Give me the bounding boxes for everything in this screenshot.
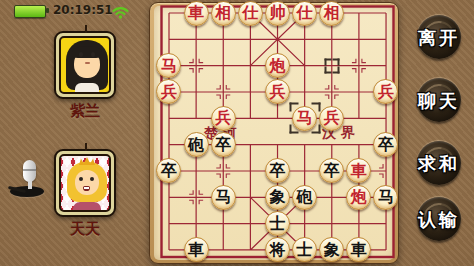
piece-black-cannon[interactable]: 砲 [292,185,317,210]
board-point-r0c0[interactable] [155,0,182,26]
board-point-r8c1[interactable] [183,210,210,236]
board-point-r5c5[interactable] [291,131,318,157]
offer-draw-button[interactable]: 求和 [406,136,472,192]
piece-red-advisor[interactable]: 仕 [238,1,263,26]
piece-red-soldier[interactable]: 兵 [373,79,398,104]
board-point-r2c7[interactable] [345,53,372,79]
board-point-r3c0[interactable]: 兵 [155,79,182,105]
board-point-r2c1[interactable] [183,53,210,79]
board-point-r3c6[interactable] [318,79,345,105]
board-point-r7c1[interactable] [183,184,210,210]
board-point-r4c4[interactable] [264,105,291,131]
piece-black-soldier[interactable]: 卒 [373,132,398,157]
board-point-r7c2[interactable]: 马 [210,184,237,210]
board-point-r4c7[interactable] [345,105,372,131]
board-point-r8c3[interactable] [237,210,264,236]
board-point-r1c0[interactable] [155,26,182,52]
resign-button[interactable]: 认输 [406,192,472,248]
chat-button[interactable]: 聊天 [406,73,472,129]
board-point-r7c0[interactable] [155,184,182,210]
mic-stem [28,181,32,189]
board-point-r6c7[interactable]: 車 [345,158,372,184]
board-point-r8c8[interactable] [372,210,399,236]
offer-draw-button-label: 求和 [406,152,472,176]
board-point-r4c2[interactable]: 兵 [210,105,237,131]
piece-red-soldier[interactable]: 兵 [319,106,344,131]
board-point-r6c2[interactable] [210,158,237,184]
board-point-r8c0[interactable] [155,210,182,236]
board-point-r5c6[interactable] [318,131,345,157]
chat-button-label: 聊天 [406,89,472,113]
board-point-r7c8[interactable]: 马 [372,184,399,210]
piece-black-chariot[interactable]: 車 [184,237,209,262]
piece-red-soldier[interactable]: 兵 [156,79,181,104]
board-point-r7c6[interactable] [318,184,345,210]
board-point-r0c7[interactable] [345,0,372,26]
board-point-r0c8[interactable] [372,0,399,26]
board-point-r1c4[interactable] [264,26,291,52]
board-point-r2c5[interactable] [291,53,318,79]
piece-black-advisor[interactable]: 士 [265,211,290,236]
piece-red-chariot[interactable]: 車 [184,1,209,26]
resign-button-label: 认输 [406,208,472,232]
board-point-r0c6[interactable]: 相 [318,0,345,26]
piece-black-elephant[interactable]: 象 [319,237,344,262]
board-point-r6c0[interactable]: 卒 [155,158,182,184]
board-point-r1c2[interactable] [210,26,237,52]
board-point-r1c3[interactable] [237,26,264,52]
board-point-r1c6[interactable] [318,26,345,52]
board-point-r8c2[interactable] [210,210,237,236]
board-point-r9c7[interactable]: 車 [345,237,372,263]
board-point-r4c1[interactable] [183,105,210,131]
pieces-grid: 車相仕帅仕相马炮兵兵兵兵马兵砲卒卒卒卒卒車马象砲炮马士車将士象車 [155,0,399,263]
board-point-r6c6[interactable]: 卒 [318,158,345,184]
piece-red-general[interactable]: 帅 [265,1,290,26]
piece-red-soldier[interactable]: 兵 [265,79,290,104]
avatar-player-top [54,31,116,99]
board-point-r0c4[interactable]: 帅 [264,0,291,26]
microphone-icon [23,160,36,182]
leave-button-label: 离开 [406,26,472,50]
piece-black-horse[interactable]: 马 [373,185,398,210]
board-point-r3c1[interactable] [183,79,210,105]
board-point-r3c7[interactable] [345,79,372,105]
piece-red-elephant[interactable]: 相 [211,1,236,26]
board-point-r5c7[interactable] [345,131,372,157]
piece-red-soldier[interactable]: 兵 [211,106,236,131]
board-point-r9c8[interactable] [372,237,399,263]
board-point-r3c5[interactable] [291,79,318,105]
board-point-r9c5[interactable]: 士 [291,237,318,263]
player-name-top: 紫兰 [50,102,120,121]
board-point-r2c4[interactable]: 炮 [264,53,291,79]
board-point-r3c4[interactable]: 兵 [264,79,291,105]
piece-black-cannon[interactable]: 砲 [184,132,209,157]
board-point-r3c3[interactable] [237,79,264,105]
leave-button[interactable]: 离开 [406,10,472,66]
battery-icon [14,5,46,18]
board-point-r8c6[interactable] [318,210,345,236]
board-point-r2c0[interactable]: 马 [155,53,182,79]
board-point-r3c8[interactable]: 兵 [372,79,399,105]
board-point-r1c1[interactable] [183,26,210,52]
avatar-image-zilan [59,36,111,94]
board-point-r5c8[interactable]: 卒 [372,131,399,157]
board-point-r9c4[interactable]: 将 [264,237,291,263]
board-point-r1c8[interactable] [372,26,399,52]
xiangqi-board: 楚河 汉界 車相仕帅仕相马炮兵兵兵兵马兵砲卒卒卒卒卒車马象砲炮马士車将士象車 [149,2,399,264]
piece-black-soldier[interactable]: 卒 [211,132,236,157]
board-point-r2c2[interactable] [210,53,237,79]
board-point-r8c5[interactable] [291,210,318,236]
piece-red-elephant[interactable]: 相 [319,1,344,26]
piece-black-soldier[interactable]: 卒 [265,158,290,183]
board-point-r5c1[interactable]: 砲 [183,131,210,157]
board-point-r1c7[interactable] [345,26,372,52]
board-point-r8c4[interactable]: 士 [264,210,291,236]
board-point-r5c4[interactable] [264,131,291,157]
board-point-r5c3[interactable] [237,131,264,157]
piece-black-soldier[interactable]: 卒 [319,158,344,183]
board-point-r7c4[interactable]: 象 [264,184,291,210]
board-point-r4c0[interactable] [155,105,182,131]
board-point-r9c6[interactable]: 象 [318,237,345,263]
piece-black-soldier[interactable]: 卒 [156,158,181,183]
board-point-r4c3[interactable] [237,105,264,131]
board-point-r0c2[interactable]: 相 [210,0,237,26]
board-point-r2c3[interactable] [237,53,264,79]
piece-red-chariot[interactable]: 車 [346,158,371,183]
board-point-r3c2[interactable] [210,79,237,105]
board-point-r2c6[interactable] [318,53,345,79]
piece-black-elephant[interactable]: 象 [265,185,290,210]
board-point-r4c5[interactable]: 马 [291,105,318,131]
board-point-r6c4[interactable]: 卒 [264,158,291,184]
board-point-r5c0[interactable] [155,131,182,157]
clock-time: 20:19:51 [53,3,113,17]
board-point-r7c7[interactable]: 炮 [345,184,372,210]
board-point-r9c3[interactable] [237,237,264,263]
board-point-r6c3[interactable] [237,158,264,184]
board-point-r9c2[interactable] [210,237,237,263]
xiangqi-game-screen: { "game": "xiangqi", "status_bar": { "ti… [0,0,474,266]
player-name-bottom: 天天 [50,220,120,239]
piece-red-advisor[interactable]: 仕 [292,1,317,26]
piece-black-advisor[interactable]: 士 [292,237,317,262]
board-point-r6c8[interactable] [372,158,399,184]
board-point-r7c3[interactable] [237,184,264,210]
board-point-r1c5[interactable] [291,26,318,52]
board-point-r5c2[interactable]: 卒 [210,131,237,157]
board-point-r7c5[interactable]: 砲 [291,184,318,210]
board-point-r9c0[interactable] [155,237,182,263]
piece-red-horse[interactable]: 马 [156,53,181,78]
board-point-r0c1[interactable]: 車 [183,0,210,26]
voice-mic-button[interactable] [6,150,50,200]
board-point-r9c1[interactable]: 車 [183,237,210,263]
board-point-r4c6[interactable]: 兵 [318,105,345,131]
wifi-icon [112,4,129,23]
board-point-r2c8[interactable] [372,53,399,79]
last-move-from-marker [324,58,339,73]
piece-red-horse[interactable]: 马 [292,106,317,131]
board-point-r8c7[interactable] [345,210,372,236]
piece-red-cannon[interactable]: 炮 [346,185,371,210]
board-point-r6c1[interactable] [183,158,210,184]
avatar-player-bottom [54,149,116,217]
board-point-r4c8[interactable] [372,105,399,131]
board-point-r0c5[interactable]: 仕 [291,0,318,26]
piece-red-cannon[interactable]: 炮 [265,53,290,78]
avatar-image-tiantian [59,154,111,212]
piece-black-general[interactable]: 将 [265,237,290,262]
board-point-r0c3[interactable]: 仕 [237,0,264,26]
board-point-r6c5[interactable] [291,158,318,184]
piece-black-chariot[interactable]: 車 [346,237,371,262]
piece-black-horse[interactable]: 马 [211,185,236,210]
